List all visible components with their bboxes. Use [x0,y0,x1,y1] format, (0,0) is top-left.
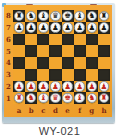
black-pawn-disc: ♟ [74,22,85,33]
file-label-e: e [62,105,74,116]
square-c5 [37,45,49,57]
red-knight-disc: ♞ [87,93,98,104]
black-bishop-disc: ♝ [74,11,85,22]
square-e8: ♚ [62,10,74,22]
square-c8: ♝ [37,10,49,22]
square-b4 [25,57,37,69]
square-d7: ♟ [49,22,61,34]
red-pawn-disc: ♟ [50,81,61,92]
square-g5 [86,45,98,57]
file-label-a: a [13,105,25,116]
square-f6 [74,34,86,46]
square-b6 [25,34,37,46]
red-knight-disc: ♞ [26,93,37,104]
square-c3 [37,69,49,81]
red-pawn-disc: ♟ [74,81,85,92]
red-king-disc: ♚ [62,93,73,104]
rank-label-6: 6 [4,34,13,46]
black-queen-disc: ♛ [50,11,61,22]
square-d2: ♟ [49,81,61,93]
square-h3 [98,69,110,81]
square-g2: ♟ [86,81,98,93]
red-pawn-disc: ♟ [99,81,110,92]
rank-label-1: 1 [4,92,13,104]
square-b3 [25,69,37,81]
square-d1: ♛ [49,92,61,104]
square-c7: ♟ [37,22,49,34]
file-label-d: d [49,105,61,116]
square-a5 [13,45,25,57]
square-f7: ♟ [74,22,86,34]
square-e2: ♟ [62,81,74,93]
square-h7: ♟ [98,22,110,34]
square-e4 [62,57,74,69]
square-a6 [13,34,25,46]
rank-label-5: 5 [4,45,13,57]
square-a8: ♜ [13,10,25,22]
square-d8: ♛ [49,10,61,22]
file-label-h: h [98,105,110,116]
black-pawn-disc: ♟ [38,22,49,33]
red-pawn-disc: ♟ [14,81,25,92]
black-knight-disc: ♞ [87,11,98,22]
product-code-caption: WY-021 [0,125,119,137]
black-pawn-disc: ♟ [26,22,37,33]
square-f4 [74,57,86,69]
red-pawn-disc: ♟ [62,81,73,92]
red-bishop-disc: ♝ [74,93,85,104]
red-pawn-disc: ♟ [87,81,98,92]
square-h4 [98,57,110,69]
square-e5 [62,45,74,57]
square-g3 [86,69,98,81]
square-f8: ♝ [74,10,86,22]
square-g7: ♟ [86,22,98,34]
square-a2: ♟ [13,81,25,93]
red-queen-disc: ♛ [50,93,61,104]
rank-labels: 87654321 [4,10,13,104]
red-rook-disc: ♜ [14,93,25,104]
black-rook-disc: ♜ [14,11,25,22]
rank-label-4: 4 [4,57,13,69]
square-e6 [62,34,74,46]
file-label-g: g [86,105,98,116]
square-d4 [49,57,61,69]
square-e1: ♚ [62,92,74,104]
square-g8: ♞ [86,10,98,22]
square-f5 [74,45,86,57]
black-pawn-disc: ♟ [14,22,25,33]
square-a7: ♟ [13,22,25,34]
black-pawn-disc: ♟ [50,22,61,33]
square-c2: ♟ [37,81,49,93]
square-a1: ♜ [13,92,25,104]
product-photo: 87654321 ♜♞♝♛♚♝♞♜♟♟♟♟♟♟♟♟♟♟♟♟♟♟♟♟♜♞♝♛♚♝♞… [0,0,119,139]
square-a4 [13,57,25,69]
file-label-c: c [37,105,49,116]
square-g6 [86,34,98,46]
square-b8: ♞ [25,10,37,22]
square-b2: ♟ [25,81,37,93]
square-e3 [62,69,74,81]
red-pawn-disc: ♟ [38,81,49,92]
square-h2: ♟ [98,81,110,93]
rank-label-2: 2 [4,81,13,93]
file-label-b: b [25,105,37,116]
black-king-disc: ♚ [62,11,73,22]
red-pawn-disc: ♟ [26,81,37,92]
square-f2: ♟ [74,81,86,93]
square-h6 [98,34,110,46]
square-a3 [13,69,25,81]
black-bishop-disc: ♝ [38,11,49,22]
black-pawn-disc: ♟ [62,22,73,33]
square-d6 [49,34,61,46]
square-f3 [74,69,86,81]
square-f1: ♝ [74,92,86,104]
rank-label-8: 8 [4,10,13,22]
file-label-f: f [74,105,86,116]
red-rook-disc: ♜ [99,93,110,104]
file-labels: abcdefgh [13,105,110,116]
red-bishop-disc: ♝ [38,93,49,104]
square-h8: ♜ [98,10,110,22]
square-d5 [49,45,61,57]
rank-label-7: 7 [4,22,13,34]
black-knight-disc: ♞ [26,11,37,22]
square-b7: ♟ [25,22,37,34]
square-d3 [49,69,61,81]
square-c1: ♝ [37,92,49,104]
square-b1: ♞ [25,92,37,104]
square-e7: ♟ [62,22,74,34]
square-c4 [37,57,49,69]
square-b5 [25,45,37,57]
square-g1: ♞ [86,92,98,104]
black-pawn-disc: ♟ [99,22,110,33]
square-g4 [86,57,98,69]
rank-label-3: 3 [4,69,13,81]
chess-board-grid: ♜♞♝♛♚♝♞♜♟♟♟♟♟♟♟♟♟♟♟♟♟♟♟♟♜♞♝♛♚♝♞♜ [13,10,110,104]
black-pawn-disc: ♟ [87,22,98,33]
black-rook-disc: ♜ [99,11,110,22]
square-h5 [98,45,110,57]
square-h1: ♜ [98,92,110,104]
square-c6 [37,34,49,46]
